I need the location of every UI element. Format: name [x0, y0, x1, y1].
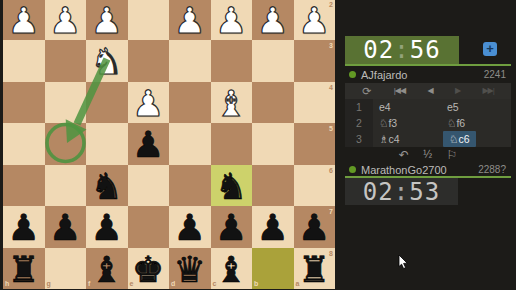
square-g6[interactable]	[45, 165, 87, 207]
square-g3[interactable]	[45, 40, 87, 82]
black-p-piece: ♟	[45, 206, 87, 248]
move-number: 1	[345, 99, 373, 115]
rank-label: 6	[329, 167, 333, 174]
chess-board[interactable]: ♜♚♛♝♞♜1♟♟♟♟♟♟♟2♞3♟♝4♟5♞♞6♟♟♟♟♟♟♟7♜hg♝f♚e…	[0, 0, 341, 290]
move-black-3[interactable]: ♘c6	[443, 131, 511, 147]
white-n-piece: ♞	[86, 40, 128, 82]
square-c8[interactable]: ♝c	[211, 248, 253, 290]
rank-label: 5	[329, 125, 333, 132]
white-p-piece: ♟	[86, 0, 128, 40]
rank-label: 8	[329, 250, 333, 257]
resign-flag-icon[interactable]: ⚐	[447, 148, 458, 162]
black-k-piece: ♚	[128, 248, 170, 290]
square-b6[interactable]	[252, 165, 294, 207]
white-p-piece: ♟	[45, 0, 87, 40]
square-d7[interactable]: ♟	[169, 206, 211, 248]
give-more-time-button[interactable]: +	[483, 42, 497, 56]
move-row: 3 ♗c4 ♘c6	[345, 131, 511, 147]
square-d5[interactable]	[169, 123, 211, 165]
cycle-icon[interactable]: ⟳	[362, 83, 371, 99]
file-label: e	[130, 280, 134, 287]
square-e2[interactable]	[128, 0, 170, 40]
black-n-piece: ♞	[211, 165, 253, 207]
file-label: d	[171, 280, 175, 287]
square-c3[interactable]	[211, 40, 253, 82]
clock-seconds: 53	[409, 178, 440, 206]
player-name[interactable]: MarathonGo2700	[361, 164, 447, 176]
side-panel: 02:56 + AJfajardo 2241 ⟳ |◀◀ ◀ ▶ ▶▶| 1 e…	[345, 0, 516, 290]
white-p-piece: ♟	[3, 0, 45, 40]
square-e6[interactable]	[128, 165, 170, 207]
player-row[interactable]: MarathonGo2700 2288?	[345, 163, 511, 176]
square-e5[interactable]: ♟	[128, 123, 170, 165]
square-e7[interactable]	[128, 206, 170, 248]
clock-minutes: 02	[363, 178, 394, 206]
player-clock: 02:53	[345, 178, 458, 205]
square-c2[interactable]: ♟	[211, 0, 253, 40]
opponent-rating: 2241	[484, 69, 506, 80]
square-a8[interactable]: ♜8a	[294, 248, 336, 290]
square-h7[interactable]: ♟	[3, 206, 45, 248]
opponent-clock: 02:56	[345, 36, 459, 64]
current-move[interactable]: ♘c6	[443, 131, 476, 147]
square-f4[interactable]	[86, 82, 128, 124]
replay-toolbar: ⟳ |◀◀ ◀ ▶ ▶▶|	[345, 83, 511, 99]
white-p-piece: ♟	[211, 0, 253, 40]
square-a5[interactable]: 5	[294, 123, 336, 165]
square-f8[interactable]: ♝f	[86, 248, 128, 290]
black-p-piece: ♟	[86, 206, 128, 248]
game-screen: ♜♚♛♝♞♜1♟♟♟♟♟♟♟2♞3♟♝4♟5♞♞6♟♟♟♟♟♟♟7♜hg♝f♚e…	[0, 0, 516, 290]
clock-colon: :	[394, 178, 409, 206]
rank-label: 4	[329, 84, 333, 91]
move-black-1[interactable]: e5	[443, 99, 511, 115]
square-h5[interactable]	[3, 123, 45, 165]
first-move-icon[interactable]: |◀◀	[394, 83, 405, 99]
player-rating: 2288?	[478, 164, 506, 175]
square-a3[interactable]: 3	[294, 40, 336, 82]
square-b5[interactable]	[252, 123, 294, 165]
square-b3[interactable]	[252, 40, 294, 82]
square-a2[interactable]: ♟2	[294, 0, 336, 40]
square-e8[interactable]: ♚e	[128, 248, 170, 290]
square-d6[interactable]	[169, 165, 211, 207]
square-b8[interactable]: b	[252, 248, 294, 290]
square-c5[interactable]	[211, 123, 253, 165]
square-g5[interactable]	[45, 123, 87, 165]
online-dot-icon	[349, 166, 356, 173]
square-f6[interactable]: ♞	[86, 165, 128, 207]
opponent-row[interactable]: AJfajardo 2241	[345, 66, 511, 83]
black-b-piece: ♝	[86, 248, 128, 290]
square-b7[interactable]: ♟	[252, 206, 294, 248]
file-label: c	[213, 280, 217, 287]
square-h6[interactable]	[3, 165, 45, 207]
black-p-piece: ♟	[211, 206, 253, 248]
square-g8[interactable]: g	[45, 248, 87, 290]
white-p-piece: ♟	[169, 0, 211, 40]
square-e3[interactable]	[128, 40, 170, 82]
square-d8[interactable]: ♛d	[169, 248, 211, 290]
square-h4[interactable]	[3, 82, 45, 124]
black-b-piece: ♝	[211, 248, 253, 290]
opponent-name[interactable]: AJfajardo	[361, 69, 407, 81]
black-p-piece: ♟	[128, 123, 170, 165]
move-black-2[interactable]: ♘f6	[443, 115, 511, 131]
white-p-piece: ♟	[128, 82, 170, 124]
square-f2[interactable]: ♟	[86, 0, 128, 40]
rank-label: 2	[329, 1, 333, 8]
square-e4[interactable]: ♟	[128, 82, 170, 124]
square-a4[interactable]: 4	[294, 82, 336, 124]
square-a6[interactable]: 6	[294, 165, 336, 207]
move-white-1[interactable]: e4	[373, 99, 443, 115]
move-list-box: ⟳ |◀◀ ◀ ▶ ▶▶| 1 e4 e5 2 ♘f3 ♘f6 3 ♗c4 ♘c…	[345, 83, 511, 147]
square-a7[interactable]: ♟7	[294, 206, 336, 248]
square-f3[interactable]: ♞	[86, 40, 128, 82]
file-label: a	[296, 280, 300, 287]
file-label: b	[254, 280, 258, 287]
square-b2[interactable]: ♟	[252, 0, 294, 40]
move-white-2[interactable]: ♘f3	[373, 115, 443, 131]
opponent-clock-row: 02:56 +	[345, 36, 516, 64]
file-label: h	[5, 280, 9, 287]
square-c7[interactable]: ♟	[211, 206, 253, 248]
square-h2[interactable]: ♟	[3, 0, 45, 40]
black-p-piece: ♟	[252, 206, 294, 248]
white-p-piece: ♟	[252, 0, 294, 40]
square-h8[interactable]: ♜h	[3, 248, 45, 290]
square-f5[interactable]	[86, 123, 128, 165]
board-grid[interactable]: ♜♚♛♝♞♜1♟♟♟♟♟♟♟2♞3♟♝4♟5♞♞6♟♟♟♟♟♟♟7♜hg♝f♚e…	[3, 0, 335, 289]
square-d3[interactable]	[169, 40, 211, 82]
previous-move-icon[interactable]: ◀	[427, 83, 432, 99]
square-c4[interactable]: ♝	[211, 82, 253, 124]
move-row: 2 ♘f3 ♘f6	[345, 115, 511, 131]
move-white-3[interactable]: ♗c4	[373, 131, 443, 147]
square-f7[interactable]: ♟	[86, 206, 128, 248]
square-h3[interactable]	[3, 40, 45, 82]
square-b4[interactable]	[252, 82, 294, 124]
next-move-icon[interactable]: ▶	[455, 83, 460, 99]
square-g7[interactable]: ♟	[45, 206, 87, 248]
black-p-piece: ♟	[169, 206, 211, 248]
clock-seconds: 56	[410, 36, 441, 64]
black-n-piece: ♞	[86, 165, 128, 207]
move-row: 1 e4 e5	[345, 99, 511, 115]
square-c6[interactable]: ♞	[211, 165, 253, 207]
clock-colon: :	[394, 36, 409, 64]
takeback-icon[interactable]: ↶	[399, 148, 409, 162]
last-move-icon[interactable]: ▶▶|	[482, 83, 493, 99]
square-g4[interactable]	[45, 82, 87, 124]
move-number: 3	[345, 131, 373, 147]
file-label: g	[47, 280, 51, 287]
clock-minutes: 02	[363, 36, 394, 64]
white-b-piece: ♝	[211, 82, 253, 124]
game-actions: ↶ ½ ⚐	[345, 147, 511, 163]
black-p-piece: ♟	[3, 206, 45, 248]
square-g2[interactable]: ♟	[45, 0, 87, 40]
move-number: 2	[345, 115, 373, 131]
draw-offer-icon[interactable]: ½	[423, 148, 433, 162]
square-d4[interactable]	[169, 82, 211, 124]
rank-label: 3	[329, 42, 333, 49]
square-d2[interactable]: ♟	[169, 0, 211, 40]
online-dot-icon	[349, 71, 356, 78]
rank-label: 7	[329, 208, 333, 215]
file-label: f	[88, 280, 90, 287]
